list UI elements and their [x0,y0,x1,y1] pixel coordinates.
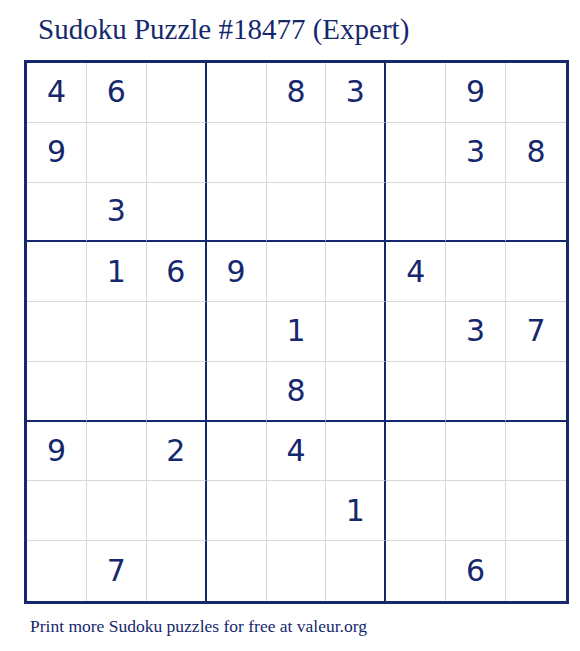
cell-r4c4[interactable]: 9 [207,242,267,302]
cell-r6c5[interactable]: 8 [267,362,327,422]
cell-r9c4[interactable] [207,541,267,601]
cell-r3c9[interactable] [506,183,566,243]
cell-r7c2[interactable] [87,422,147,482]
cell-r6c3[interactable] [147,362,207,422]
footer-note: Print more Sudoku puzzles for free at va… [30,616,367,637]
cell-r5c9[interactable]: 7 [506,302,566,362]
cell-r7c7[interactable] [386,422,446,482]
cell-r1c5[interactable]: 8 [267,63,327,123]
cell-r2c5[interactable] [267,123,327,183]
cell-r6c8[interactable] [446,362,506,422]
cell-r6c2[interactable] [87,362,147,422]
cell-r8c6[interactable]: 1 [326,481,386,541]
cell-r2c3[interactable] [147,123,207,183]
cell-r8c7[interactable] [386,481,446,541]
cell-r8c9[interactable] [506,481,566,541]
cell-r3c2[interactable]: 3 [87,183,147,243]
cell-r9c7[interactable] [386,541,446,601]
cell-r6c6[interactable] [326,362,386,422]
cell-r5c2[interactable] [87,302,147,362]
cell-r3c4[interactable] [207,183,267,243]
cell-r4c2[interactable]: 1 [87,242,147,302]
cell-r5c7[interactable] [386,302,446,362]
cell-r1c9[interactable] [506,63,566,123]
cell-r1c6[interactable]: 3 [326,63,386,123]
cell-r2c8[interactable]: 3 [446,123,506,183]
sudoku-page: Sudoku Puzzle #18477 (Expert) 4683993831… [0,0,580,651]
cell-r5c6[interactable] [326,302,386,362]
cell-r1c3[interactable] [147,63,207,123]
cell-r1c4[interactable] [207,63,267,123]
cell-r9c9[interactable] [506,541,566,601]
cell-r8c5[interactable] [267,481,327,541]
cell-r7c6[interactable] [326,422,386,482]
cell-r2c9[interactable]: 8 [506,123,566,183]
cell-r9c1[interactable] [27,541,87,601]
cell-r7c1[interactable]: 9 [27,422,87,482]
cell-r7c9[interactable] [506,422,566,482]
cell-r4c9[interactable] [506,242,566,302]
cell-r9c2[interactable]: 7 [87,541,147,601]
cell-r4c5[interactable] [267,242,327,302]
cell-r8c4[interactable] [207,481,267,541]
cell-r5c3[interactable] [147,302,207,362]
cell-r5c8[interactable]: 3 [446,302,506,362]
cell-r1c1[interactable]: 4 [27,63,87,123]
cell-r1c7[interactable] [386,63,446,123]
cell-r1c2[interactable]: 6 [87,63,147,123]
cell-r7c5[interactable]: 4 [267,422,327,482]
cell-r4c1[interactable] [27,242,87,302]
cell-r4c7[interactable]: 4 [386,242,446,302]
cell-r5c4[interactable] [207,302,267,362]
cell-r8c3[interactable] [147,481,207,541]
cell-r6c1[interactable] [27,362,87,422]
cell-r5c5[interactable]: 1 [267,302,327,362]
cell-r8c8[interactable] [446,481,506,541]
cell-r2c7[interactable] [386,123,446,183]
cell-r6c7[interactable] [386,362,446,422]
cell-r2c4[interactable] [207,123,267,183]
cell-r9c6[interactable] [326,541,386,601]
cell-r3c8[interactable] [446,183,506,243]
cell-r4c8[interactable] [446,242,506,302]
cell-r3c5[interactable] [267,183,327,243]
cell-r7c3[interactable]: 2 [147,422,207,482]
cell-r4c3[interactable]: 6 [147,242,207,302]
cell-r3c1[interactable] [27,183,87,243]
cell-r9c8[interactable]: 6 [446,541,506,601]
cell-r6c4[interactable] [207,362,267,422]
cell-r3c3[interactable] [147,183,207,243]
cell-r2c6[interactable] [326,123,386,183]
cell-r9c3[interactable] [147,541,207,601]
cell-r7c4[interactable] [207,422,267,482]
page-title: Sudoku Puzzle #18477 (Expert) [38,13,409,46]
cell-r2c1[interactable]: 9 [27,123,87,183]
cell-r8c2[interactable] [87,481,147,541]
cell-r6c9[interactable] [506,362,566,422]
cell-r1c8[interactable]: 9 [446,63,506,123]
cell-r3c7[interactable] [386,183,446,243]
cell-r8c1[interactable] [27,481,87,541]
cell-r4c6[interactable] [326,242,386,302]
cell-r9c5[interactable] [267,541,327,601]
cell-r5c1[interactable] [27,302,87,362]
cell-r2c2[interactable] [87,123,147,183]
cell-r3c6[interactable] [326,183,386,243]
sudoku-board: 46839938316941378924176 [24,60,569,604]
cell-r7c8[interactable] [446,422,506,482]
